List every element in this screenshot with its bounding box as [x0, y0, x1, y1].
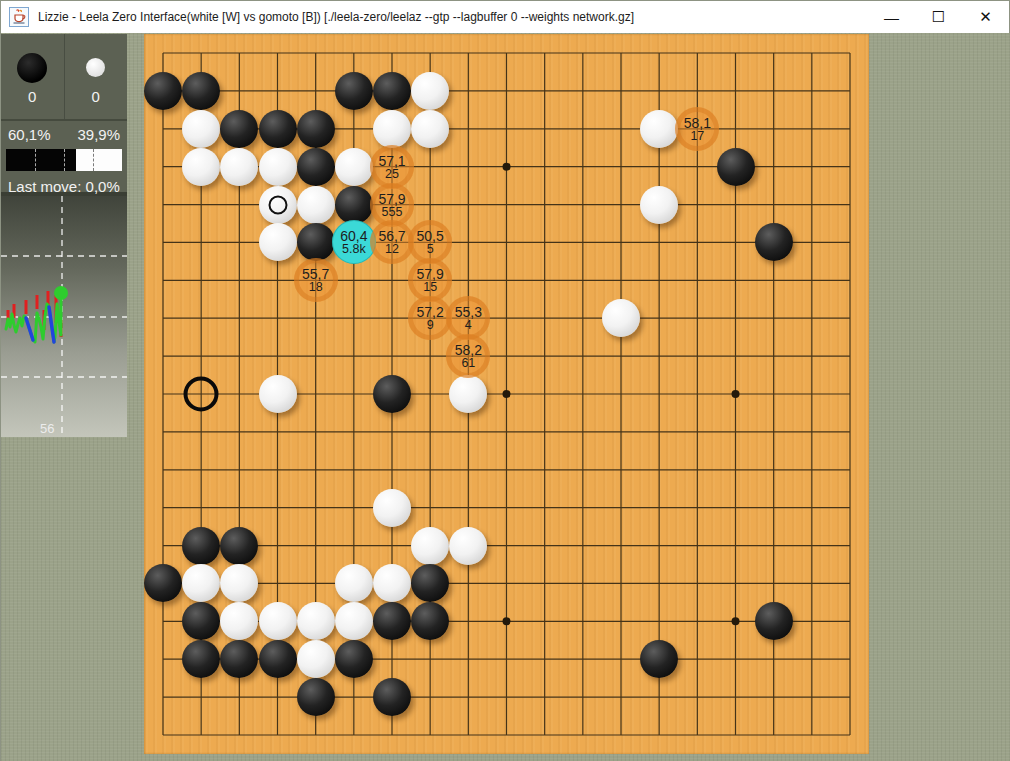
white-stone [182, 148, 220, 186]
lizzie-window: Lizzie - Leela Zero Interface(white [W] … [0, 0, 1010, 761]
candidate-winrate: 57,1 [378, 153, 405, 167]
black-stone [640, 640, 678, 678]
black-stone [373, 602, 411, 640]
next-move-circle-marker [184, 377, 219, 412]
white-stone [220, 602, 258, 640]
black-stone [144, 72, 182, 110]
winrate-tick-75 [93, 149, 94, 171]
last-move-marker [268, 195, 287, 214]
minimize-button[interactable]: — [868, 1, 915, 33]
black-stone [373, 678, 411, 716]
black-stone-icon [17, 53, 47, 83]
black-stone [220, 110, 258, 148]
white-stone [640, 186, 678, 224]
candidate-move[interactable]: 58,261 [446, 334, 490, 378]
black-stone [259, 640, 297, 678]
candidate-winrate: 55,3 [455, 305, 482, 319]
white-stone [335, 602, 373, 640]
candidate-winrate: 57,2 [417, 305, 444, 319]
candidate-visits: 12 [378, 243, 405, 256]
black-stone [411, 602, 449, 640]
winrate-tick-50 [64, 149, 65, 171]
capture-panel: 0 0 [1, 34, 127, 121]
black-stone [373, 72, 411, 110]
java-app-icon [9, 7, 29, 27]
star-point [503, 163, 511, 171]
candidate-winrate: 58,2 [455, 343, 482, 357]
black-stone [335, 72, 373, 110]
white-stone [182, 564, 220, 602]
white-capture-panel: 0 [65, 34, 128, 119]
candidate-winrate: 57,9 [417, 267, 444, 281]
white-stone [335, 564, 373, 602]
go-board[interactable]: 58,11757,12557,955560,45.8k56,71250,5555… [144, 34, 869, 754]
maximize-button[interactable]: ☐ [915, 1, 962, 33]
white-stone [449, 527, 487, 565]
star-point [732, 617, 740, 625]
white-stone [220, 564, 258, 602]
star-point [732, 390, 740, 398]
candidate-visits: 25 [378, 167, 405, 180]
candidate-move[interactable]: 58,117 [675, 107, 719, 151]
winrate-graph-plot [1, 196, 127, 437]
black-winrate-bar [6, 149, 76, 171]
white-stone [373, 110, 411, 148]
black-stone [182, 72, 220, 110]
candidate-winrate: 56,7 [378, 229, 405, 243]
white-winrate-bar [76, 149, 122, 171]
black-stone [220, 640, 258, 678]
candidate-winrate: 50,5 [417, 229, 444, 243]
black-stone [297, 110, 335, 148]
white-stone [259, 375, 297, 413]
title-bar: Lizzie - Leela Zero Interface(white [W] … [1, 1, 1009, 33]
white-stone [259, 602, 297, 640]
black-stone [297, 678, 335, 716]
white-stone [335, 148, 373, 186]
white-stone [259, 148, 297, 186]
black-stone [373, 375, 411, 413]
white-stone [373, 564, 411, 602]
black-stone [220, 527, 258, 565]
candidate-winrate: 60,4 [340, 229, 367, 243]
white-capture-count: 0 [92, 89, 100, 104]
white-stone [411, 527, 449, 565]
candidate-visits: 4 [455, 319, 482, 332]
white-stone [373, 489, 411, 527]
white-stone [182, 110, 220, 148]
move-number-label: 56 [40, 421, 54, 436]
white-stone [259, 223, 297, 261]
candidate-winrate: 55,7 [302, 267, 329, 281]
app-content: 0 0 60,1% 39,9% La [1, 33, 1010, 761]
candidate-visits: 555 [378, 205, 405, 218]
white-stone [297, 640, 335, 678]
black-stone [717, 148, 755, 186]
candidate-move[interactable]: 55,718 [294, 258, 338, 302]
candidate-visits: 5 [417, 243, 444, 256]
winrate-panel: 60,1% 39,9% Last move: 0,0% [1, 121, 127, 192]
black-stone [335, 640, 373, 678]
white-stone [411, 72, 449, 110]
white-stone [411, 110, 449, 148]
winrate-tick-25 [35, 149, 36, 171]
last-move-label: Last move: 0,0% [6, 171, 122, 195]
white-stone-icon [86, 58, 105, 77]
black-winrate-label: 60,1% [8, 126, 51, 143]
analysis-sidebar: 0 0 60,1% 39,9% La [1, 34, 127, 437]
candidate-visits: 9 [417, 319, 444, 332]
winrate-bar [6, 149, 122, 171]
candidate-visits: 18 [302, 281, 329, 294]
white-stone [602, 299, 640, 337]
black-stone [755, 602, 793, 640]
candidate-visits: 17 [684, 129, 711, 142]
white-stone [297, 602, 335, 640]
white-winrate-label: 39,9% [77, 126, 120, 143]
white-stone [640, 110, 678, 148]
star-point [503, 390, 511, 398]
black-stone [182, 527, 220, 565]
candidate-visits: 15 [417, 281, 444, 294]
white-stone [220, 148, 258, 186]
candidate-winrate: 57,9 [378, 191, 405, 205]
black-capture-panel: 0 [1, 34, 65, 119]
window-title: Lizzie - Leela Zero Interface(white [W] … [38, 10, 634, 24]
white-stone [449, 375, 487, 413]
black-capture-count: 0 [28, 89, 36, 104]
black-stone [182, 602, 220, 640]
black-stone [297, 148, 335, 186]
black-stone [335, 186, 373, 224]
black-stone [182, 640, 220, 678]
star-point [503, 617, 511, 625]
black-stone [755, 223, 793, 261]
candidate-visits: 5.8k [340, 243, 367, 256]
candidate-winrate: 58,1 [684, 115, 711, 129]
black-stone [259, 110, 297, 148]
black-stone [297, 223, 335, 261]
white-stone [297, 186, 335, 224]
close-button[interactable]: ✕ [962, 1, 1009, 33]
candidate-visits: 61 [455, 357, 482, 370]
black-stone [411, 564, 449, 602]
black-stone [144, 564, 182, 602]
window-controls: — ☐ ✕ [868, 1, 1009, 33]
winrate-graph[interactable]: 56 [1, 196, 127, 437]
